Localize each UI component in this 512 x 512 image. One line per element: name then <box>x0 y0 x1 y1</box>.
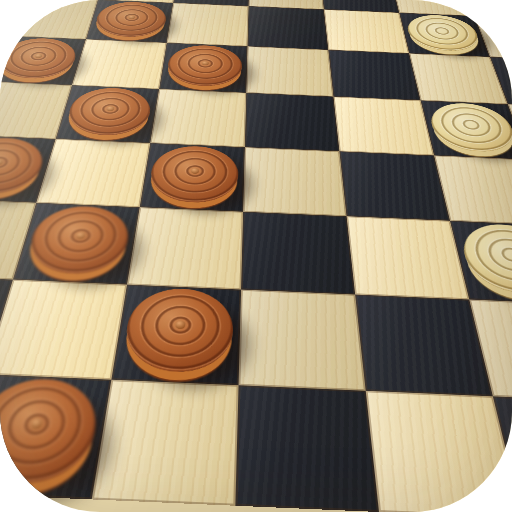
board-cell <box>248 6 329 50</box>
board-cell <box>339 151 450 220</box>
board-cell <box>56 85 159 143</box>
board-square[interactable] <box>0 0 23 36</box>
board-cell <box>5 0 98 39</box>
board-cell <box>347 216 470 299</box>
checker-piece-brown[interactable] <box>165 44 243 88</box>
checker-piece-cream[interactable] <box>404 14 484 53</box>
board-cell <box>246 46 333 96</box>
checkers-board <box>0 0 512 512</box>
board-cell <box>140 143 245 212</box>
board-cell <box>111 285 241 386</box>
checker-piece-brown[interactable] <box>0 377 103 486</box>
board-cell <box>241 212 355 295</box>
board-square[interactable] <box>461 0 512 19</box>
board-cell <box>0 0 23 36</box>
checker-piece-brown[interactable] <box>147 144 239 204</box>
pieces-layer <box>0 0 512 512</box>
board-cell <box>399 13 490 57</box>
checker-piece-brown[interactable] <box>22 204 133 275</box>
board-cell <box>127 207 243 289</box>
board-cell <box>167 3 249 46</box>
checker-piece-brown[interactable] <box>0 37 81 80</box>
board-cell <box>92 380 239 506</box>
board-cell <box>150 89 246 147</box>
checker-piece-brown[interactable] <box>63 86 154 137</box>
board-cell <box>159 43 247 93</box>
board-cell <box>328 50 420 101</box>
checker-piece-cream[interactable] <box>426 102 512 154</box>
checker-piece-brown[interactable] <box>92 1 169 39</box>
board-cell <box>235 385 379 512</box>
board-cell <box>366 391 512 512</box>
board-cell <box>36 139 150 207</box>
checker-piece-cream[interactable] <box>457 222 512 295</box>
board-cell <box>13 203 140 285</box>
board-cell <box>461 0 512 19</box>
board-cell <box>0 280 127 380</box>
board-cell <box>86 0 173 43</box>
board-cell <box>72 39 167 89</box>
board-cell <box>243 147 346 216</box>
checker-piece-brown[interactable] <box>121 287 235 375</box>
board-scene <box>0 0 512 512</box>
board-cell <box>324 9 409 53</box>
checkers-app-icon <box>0 0 512 512</box>
board-cell <box>421 100 512 159</box>
board-cell <box>333 97 434 156</box>
board-cell <box>245 93 340 152</box>
board-cell <box>239 290 366 391</box>
